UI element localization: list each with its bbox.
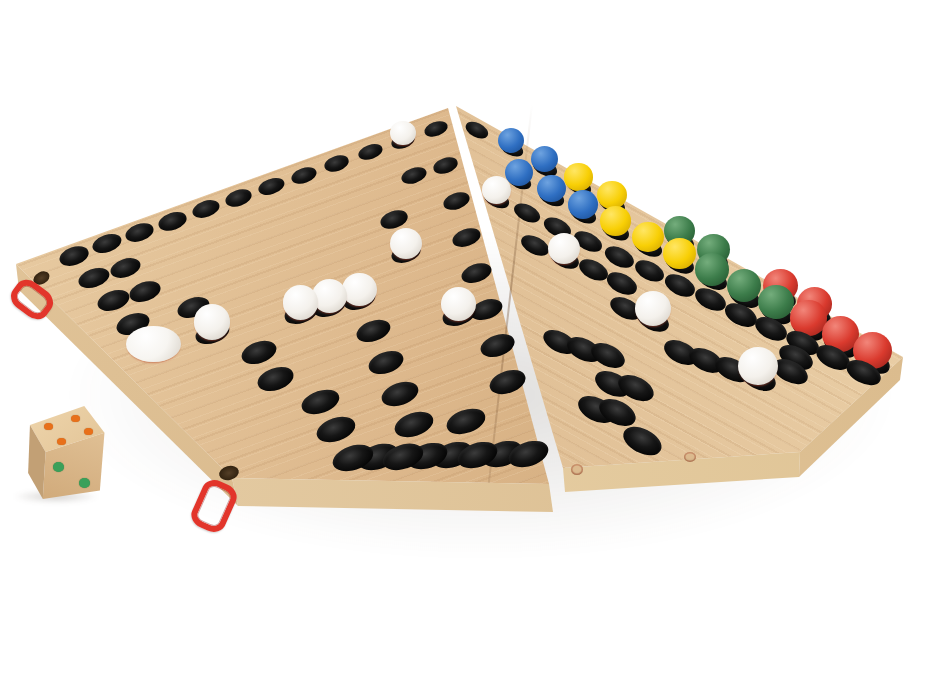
marble-white[interactable] — [635, 291, 671, 326]
board-hole[interactable] — [353, 316, 392, 346]
board-hole[interactable] — [422, 119, 449, 140]
board-hole[interactable] — [441, 189, 472, 213]
board-hole[interactable] — [450, 224, 483, 250]
board-hole[interactable] — [190, 197, 222, 221]
board-hole[interactable] — [575, 255, 611, 285]
board-hole[interactable] — [356, 141, 384, 163]
board-hole[interactable] — [601, 242, 636, 272]
marble-blue[interactable] — [505, 159, 533, 186]
marble-white-large[interactable] — [126, 326, 181, 362]
board-hole[interactable] — [399, 164, 429, 187]
marble-white[interactable] — [738, 347, 777, 385]
board-hole[interactable] — [432, 154, 461, 176]
board-hole[interactable] — [223, 186, 254, 210]
board-hole[interactable] — [323, 153, 352, 175]
board-hole[interactable] — [392, 407, 437, 442]
board-hole[interactable] — [157, 209, 189, 234]
marble-yellow[interactable] — [600, 206, 631, 236]
marble-white[interactable] — [194, 304, 231, 339]
die-pip-icon — [57, 438, 66, 445]
board-hole[interactable] — [123, 220, 156, 246]
marble-white[interactable] — [342, 273, 377, 307]
board-hole[interactable] — [459, 260, 495, 287]
board-hole[interactable] — [366, 347, 407, 379]
marble-white[interactable] — [482, 176, 511, 204]
board-hole[interactable] — [255, 363, 297, 396]
board-hole[interactable] — [464, 119, 491, 142]
board-hole[interactable] — [238, 337, 279, 368]
board-hole[interactable] — [95, 287, 132, 316]
marble-white[interactable] — [390, 228, 422, 259]
board-hole[interactable] — [298, 386, 342, 420]
marble-blue[interactable] — [498, 128, 524, 153]
holes-and-marbles-layer — [0, 0, 928, 686]
board-hole[interactable] — [661, 270, 698, 301]
board-hole[interactable] — [256, 175, 286, 198]
product-photo-scene — [0, 0, 928, 686]
marble-yellow[interactable] — [597, 181, 626, 209]
board-hole[interactable] — [314, 413, 359, 448]
wooden-die[interactable] — [18, 404, 110, 500]
board-hole[interactable] — [379, 377, 422, 410]
marble-blue[interactable] — [537, 175, 566, 203]
marble-yellow[interactable] — [632, 222, 664, 253]
marble-white[interactable] — [548, 233, 580, 264]
marble-white[interactable] — [390, 121, 416, 146]
board-hole[interactable] — [619, 421, 666, 460]
board-hole[interactable] — [604, 267, 641, 298]
marble-yellow[interactable] — [564, 163, 592, 190]
board-hole[interactable] — [126, 278, 163, 306]
board-hole[interactable] — [108, 254, 143, 281]
die-pip-icon — [79, 478, 90, 488]
board-hole[interactable] — [511, 199, 543, 226]
board-hole[interactable] — [477, 330, 517, 361]
die-pip-icon — [44, 423, 53, 430]
die-pip-icon — [84, 428, 93, 435]
board-hole[interactable] — [76, 264, 112, 292]
board-hole[interactable] — [486, 365, 528, 398]
board-hole[interactable] — [444, 404, 489, 439]
die-pip-icon — [71, 415, 80, 422]
marble-green[interactable] — [695, 253, 729, 285]
board-hole[interactable] — [90, 231, 124, 257]
board-hole[interactable] — [631, 256, 667, 286]
board-hole[interactable] — [57, 242, 92, 269]
marble-yellow[interactable] — [663, 238, 696, 269]
marble-blue[interactable] — [531, 146, 558, 172]
marble-green[interactable] — [758, 285, 794, 319]
marble-white[interactable] — [312, 279, 347, 313]
die-pip-icon — [53, 462, 64, 472]
board-hole[interactable] — [289, 164, 319, 187]
marble-white[interactable] — [283, 285, 319, 319]
